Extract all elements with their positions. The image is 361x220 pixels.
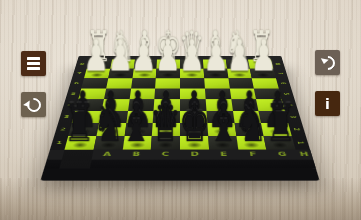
file-label-c: C	[150, 150, 180, 169]
black-rook[interactable]: ♜	[63, 97, 94, 149]
undo-arrow-icon	[321, 56, 335, 70]
white-pawn[interactable]: ♟	[107, 35, 133, 78]
square-g1[interactable]: ♞	[236, 136, 267, 150]
square-h7[interactable]: ♟	[250, 69, 276, 79]
square-e1[interactable]: ♚	[180, 136, 209, 150]
rotate-icon	[27, 98, 41, 112]
square-h1[interactable]: ♜	[264, 136, 296, 150]
black-knight[interactable]: ♞	[237, 97, 268, 149]
info-icon: i	[325, 97, 330, 111]
menu-button[interactable]	[21, 51, 46, 76]
black-king[interactable]: ♚	[179, 97, 210, 149]
undo-button[interactable]	[315, 50, 340, 75]
black-bishop[interactable]: ♝	[121, 97, 152, 149]
info-button[interactable]: i	[315, 91, 340, 116]
file-label-b: B	[120, 150, 151, 169]
file-label-a: A	[90, 150, 123, 169]
black-knight[interactable]: ♞	[92, 97, 123, 149]
white-pawn[interactable]: ♟	[131, 35, 157, 78]
white-pawn[interactable]: ♟	[155, 35, 181, 78]
white-pawn[interactable]: ♟	[203, 35, 229, 78]
black-bishop[interactable]: ♝	[208, 97, 239, 149]
square-e7[interactable]: ♟	[180, 69, 204, 79]
file-label-e: E	[209, 150, 240, 169]
square-g7[interactable]: ♟	[227, 69, 252, 79]
white-pawn[interactable]: ♟	[83, 35, 109, 78]
black-queen[interactable]: ♛	[150, 97, 181, 149]
board-scene: 8♜♞♝♚♛♝♞♜87♟♟♟♟♟♟♟♟7665544332♟♟♟♟♟♟♟♟21♜…	[40, 0, 320, 214]
rotate-button[interactable]	[21, 92, 46, 117]
chess-board[interactable]: 8♜♞♝♚♛♝♞♜87♟♟♟♟♟♟♟♟7665544332♟♟♟♟♟♟♟♟21♜…	[44, 56, 316, 169]
hamburger-icon	[27, 62, 40, 65]
file-label-g: G	[267, 150, 301, 169]
square-b7[interactable]: ♟	[108, 69, 133, 79]
square-d7[interactable]: ♟	[156, 69, 180, 79]
white-pawn[interactable]: ♟	[251, 35, 277, 78]
square-a7[interactable]: ♟	[84, 69, 110, 79]
square-b1[interactable]: ♞	[93, 136, 124, 150]
square-d1[interactable]: ♛	[151, 136, 180, 150]
white-pawn[interactable]: ♟	[227, 35, 253, 78]
square-a1[interactable]: ♜	[64, 136, 96, 150]
file-label-d: D	[180, 150, 210, 169]
board-frame-corner	[59, 150, 93, 169]
file-label-f: F	[238, 150, 271, 169]
white-pawn[interactable]: ♟	[179, 35, 205, 78]
square-f1[interactable]: ♝	[208, 136, 238, 150]
square-f7[interactable]: ♟	[203, 69, 228, 79]
square-c7[interactable]: ♟	[132, 69, 157, 79]
square-c1[interactable]: ♝	[122, 136, 152, 150]
black-rook[interactable]: ♜	[265, 97, 296, 149]
